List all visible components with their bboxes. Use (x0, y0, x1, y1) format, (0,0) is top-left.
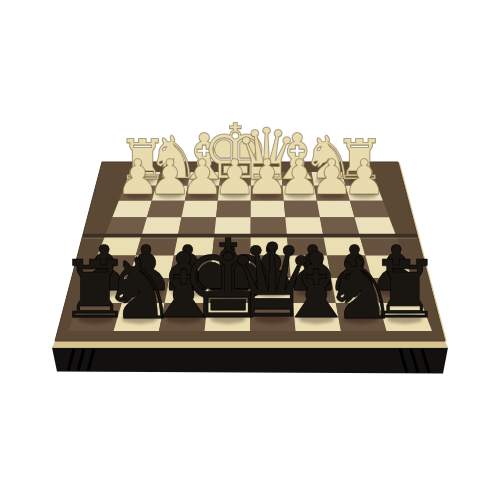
square-g4 (142, 217, 182, 235)
square-c6 (289, 256, 331, 278)
piece-shadow (122, 314, 157, 324)
square-c4 (285, 217, 323, 235)
piece-shadow (210, 314, 245, 324)
square-g6 (129, 256, 174, 278)
square-d3 (251, 201, 286, 218)
piece-shadow (351, 191, 377, 198)
piece-shadow (380, 288, 413, 297)
square-f6 (170, 256, 213, 278)
piece-shadow (387, 314, 422, 324)
piece-shadow (222, 191, 248, 198)
piece-shadow (343, 314, 378, 324)
piece-shadow (166, 314, 201, 324)
piece-shadow (157, 191, 183, 198)
square-f4 (178, 217, 216, 235)
square-b4 (320, 217, 360, 235)
piece-shadow (189, 191, 215, 198)
square-e4 (214, 217, 250, 235)
square-d4 (251, 217, 287, 235)
piece-shadow (129, 288, 162, 297)
square-h3 (112, 201, 152, 218)
piece-shadow (161, 177, 186, 184)
piece-shadow (254, 288, 287, 297)
square-a3 (350, 201, 389, 218)
piece-shadow (338, 288, 371, 297)
square-b6 (327, 256, 372, 278)
piece-shadow (223, 177, 248, 184)
piece-shadow (130, 177, 155, 184)
product-photo: ♜♞♝♚♛♝♞♜♟♟♟♟♟♟♟♟♟♟♟♟♟♟♟♟♜♞♝♚♛♝♞♜ (0, 0, 500, 500)
square-e6 (210, 256, 251, 278)
piece-shadow (296, 288, 329, 297)
piece-shadow (285, 177, 310, 184)
piece-shadow (299, 314, 334, 324)
square-c3 (284, 201, 320, 218)
piece-shadow (254, 177, 279, 184)
piece-shadow (213, 288, 246, 297)
piece-shadow (347, 177, 372, 184)
square-h4 (105, 217, 147, 235)
chessboard (0, 0, 500, 500)
square-d6 (250, 256, 290, 278)
piece-shadow (319, 191, 345, 198)
edge-rim-front (52, 341, 448, 348)
hinge-seam (83, 234, 417, 238)
square-b3 (317, 201, 355, 218)
piece-shadow (88, 288, 121, 297)
piece-shadow (254, 191, 280, 198)
piece-shadow (125, 191, 151, 198)
square-f3 (182, 201, 218, 218)
piece-shadow (287, 191, 313, 198)
box-side-front (52, 348, 448, 374)
piece-shadow (255, 314, 290, 324)
piece-shadow (192, 177, 217, 184)
piece-shadow (78, 314, 113, 324)
square-a4 (355, 217, 397, 235)
square-e3 (216, 201, 251, 218)
square-g3 (147, 201, 185, 218)
piece-shadow (316, 177, 341, 184)
piece-shadow (171, 288, 204, 297)
